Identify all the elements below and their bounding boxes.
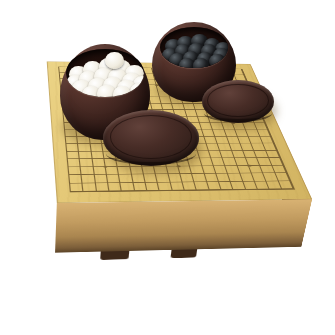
grid-cell <box>216 174 231 182</box>
black-stone <box>209 54 226 68</box>
grid-cell <box>96 183 110 192</box>
grid-cell <box>260 136 274 143</box>
grid-cell <box>107 175 121 183</box>
grid-cell <box>278 181 293 189</box>
grid-cell <box>257 158 272 166</box>
grid-cell <box>146 182 160 190</box>
grid-cell <box>223 158 237 166</box>
bowl-lid-front <box>103 110 199 166</box>
grid-cell <box>190 166 204 174</box>
grid-cell <box>92 159 105 167</box>
grid-cell <box>168 174 182 182</box>
grid-cell <box>260 165 275 173</box>
grid-cell <box>264 173 279 181</box>
grid-cell <box>132 174 146 182</box>
grid-cell <box>229 144 243 151</box>
grid-cell <box>78 144 91 151</box>
grid-cell <box>249 166 264 174</box>
grid-cell <box>204 174 219 182</box>
grid-cell <box>269 158 284 166</box>
grid-cell <box>255 151 269 158</box>
grid-cell <box>243 151 257 158</box>
grid-cell <box>80 159 93 167</box>
black-stone <box>193 58 210 68</box>
grid-cell <box>232 151 246 158</box>
product-photo-scene <box>0 0 335 335</box>
grid-cell <box>79 151 92 159</box>
white-bowl-opening <box>66 49 143 97</box>
grid-cell <box>68 159 81 167</box>
white-stone <box>130 83 144 96</box>
grid-cell <box>267 181 282 189</box>
grid-cell <box>69 175 83 183</box>
grid-cell <box>218 144 232 151</box>
grid-cell <box>91 151 104 159</box>
grid-cell <box>81 167 94 175</box>
grid-cell <box>272 165 287 173</box>
bowl-lid-right <box>202 80 274 123</box>
grid-cell <box>252 143 266 150</box>
black-bowl-opening <box>160 27 229 69</box>
grid-cell <box>263 143 277 150</box>
grid-cell <box>119 174 133 182</box>
grid-cell <box>231 181 246 189</box>
grid-cell <box>220 151 234 158</box>
grid-cell <box>67 151 80 159</box>
grid-cell <box>227 137 241 144</box>
grid-cell <box>202 166 216 174</box>
grid-cell <box>144 174 158 182</box>
grid-cell <box>66 144 79 151</box>
grid-cell <box>240 173 255 181</box>
grid-cell <box>192 174 206 182</box>
grid-cell <box>241 144 255 151</box>
grid-cell <box>252 173 267 181</box>
grid-cell <box>211 158 225 166</box>
grid-cell <box>70 183 84 192</box>
grid-cell <box>82 175 96 183</box>
grid-cell <box>209 151 223 158</box>
grid-cell <box>202 130 215 137</box>
star-point <box>104 166 108 168</box>
grid-cell <box>200 158 214 166</box>
grid-cell <box>214 166 228 174</box>
board-foot <box>170 249 197 258</box>
grid-cell <box>158 182 172 190</box>
grid-cell <box>255 181 270 189</box>
grid-cell <box>69 167 82 175</box>
grid-cell <box>108 183 122 192</box>
grid-cell <box>183 182 198 190</box>
grid-cell <box>106 167 120 175</box>
grid-cell <box>121 183 135 191</box>
grid-cell <box>213 130 227 137</box>
grid-cell <box>243 181 258 189</box>
grid-cell <box>204 137 218 144</box>
grid-cell <box>133 182 147 190</box>
grid-cell <box>156 174 170 182</box>
grid-cell <box>195 182 210 190</box>
grid-cell <box>257 130 271 137</box>
grid-cell <box>226 166 240 174</box>
grid-cell <box>207 182 222 190</box>
grid-cell <box>266 151 280 158</box>
white-stone <box>105 52 124 69</box>
grid-cell <box>94 175 108 183</box>
grid-cell <box>238 137 252 144</box>
star-point <box>247 165 251 167</box>
grid-cell <box>93 167 107 175</box>
grid-cell <box>170 182 184 190</box>
grid-cell <box>216 137 230 144</box>
board-foot <box>101 251 130 260</box>
grid-cell <box>83 183 97 192</box>
go-board-front-face <box>55 199 312 252</box>
grid-cell <box>180 174 194 182</box>
grid-cell <box>207 144 221 151</box>
grid-cell <box>249 136 263 143</box>
white-stone <box>113 86 132 97</box>
grid-cell <box>235 158 249 166</box>
grid-cell <box>275 173 290 181</box>
grid-cell <box>219 182 234 190</box>
grid-cell <box>246 158 260 166</box>
grid-cell <box>237 166 252 174</box>
grid-cell <box>228 173 243 181</box>
